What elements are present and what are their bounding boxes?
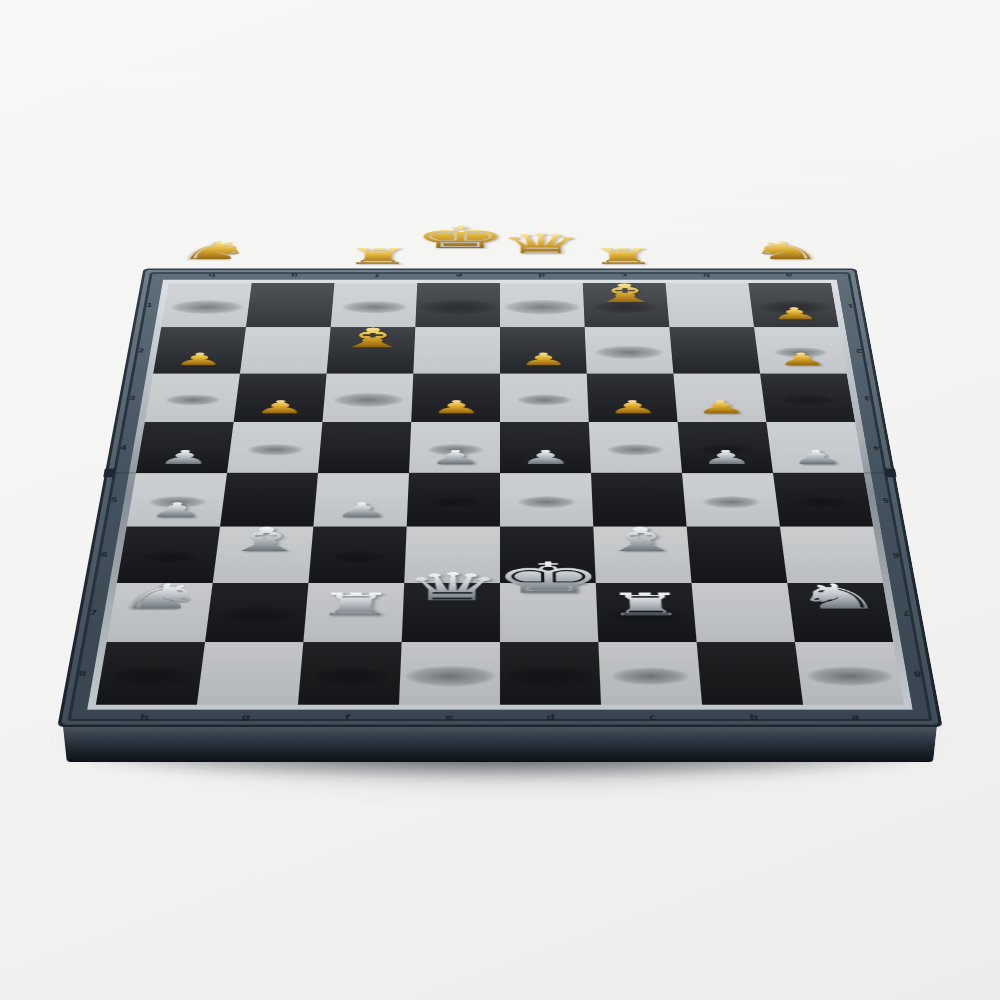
pawn-glyph: ♟ [768,305,820,322]
piece-shadow-d1 [504,300,580,315]
file-label-top-h: h [207,272,215,278]
piece-shadow-a3 [780,394,836,405]
pawn-glyph: ♟ [788,447,844,466]
rook-glyph: ♜ [588,245,657,267]
square-g8[interactable] [197,642,303,705]
square-e6[interactable] [404,527,500,583]
pawn-glyph: ♟ [518,447,572,466]
knight-glyph: ♞ [175,238,254,263]
square-b7[interactable] [692,583,795,642]
square-e7[interactable] [402,583,500,642]
pawn-glyph: ♟ [430,398,483,417]
file-label-top-b: b [702,272,710,278]
square-a5[interactable] [773,473,873,527]
square-a7[interactable] [787,583,893,642]
rank-label-right-3: 3 [863,395,871,401]
square-b2[interactable] [669,327,760,373]
rank-label-left-2: 2 [137,347,145,353]
square-f4[interactable] [318,422,411,473]
pawn-glyph: ♟ [693,398,747,417]
piece-shadow-c2 [594,346,663,359]
board-surface: hhggffeeddccbbaa1122334455667788 ♞♜♛♚♜♞♟… [57,268,943,726]
piece-shadow-c4 [607,444,663,455]
pawn-glyph: ♟ [775,350,829,368]
square-g2[interactable] [240,327,331,373]
bishop-glyph: ♝ [586,280,665,306]
square-a6[interactable] [780,527,883,583]
square-e8[interactable] [399,642,500,705]
square-c5[interactable] [591,473,687,527]
square-h8[interactable] [96,642,205,705]
king-glyph: ♚ [412,222,507,253]
file-label-top-c: c [620,272,626,278]
square-e2[interactable] [413,327,500,373]
square-h7[interactable] [107,583,213,642]
file-label-top-f: f [374,272,379,278]
piece-shadow-f1 [342,301,407,313]
pawn-glyph: ♟ [252,398,306,417]
file-label-top-d: d [538,272,545,278]
photo-backdrop: hhggffeeddccbbaa1122334455667788 ♞♜♛♚♜♞♟… [0,0,1000,1000]
square-d8[interactable] [500,642,601,705]
square-h6[interactable] [117,527,220,583]
square-c6[interactable] [593,527,691,583]
chessboard: hhggffeeddccbbaa1122334455667788 ♞♜♛♚♜♞♟… [57,268,943,726]
square-e5[interactable] [407,473,500,527]
rank-label-right-2: 2 [855,347,863,353]
case-front-face [63,726,937,762]
pawn-glyph: ♟ [428,447,482,466]
rank-label-left-1: 1 [146,302,153,307]
knight-glyph: ♞ [745,238,824,263]
square-b5[interactable] [682,473,780,527]
square-b8[interactable] [697,642,803,705]
queen-glyph: ♛ [498,230,583,258]
rank-label-left-3: 3 [129,395,137,401]
square-b1[interactable] [666,283,755,327]
rank-label-right-1: 1 [847,302,854,307]
square-g1[interactable] [246,283,335,327]
square-g6[interactable] [213,527,314,583]
squares-grid [96,283,904,705]
square-a8[interactable] [795,642,904,705]
piece-shadow-e1 [418,299,498,314]
square-f7[interactable] [303,583,404,642]
bishop-glyph: ♝ [332,324,413,351]
rank-label-right-4: 4 [872,444,880,450]
pawn-glyph: ♟ [156,447,212,466]
file-label-top-a: a [785,272,793,278]
square-f6[interactable] [308,527,406,583]
square-g7[interactable] [205,583,308,642]
rook-glyph: ♜ [343,245,412,267]
file-label-top-g: g [290,272,298,278]
square-d7[interactable] [500,583,598,642]
pawn-glyph: ♟ [518,350,569,368]
rank-label-left-4: 4 [120,444,128,450]
piece-shadow-d3 [517,394,571,405]
square-f8[interactable] [298,642,402,705]
piece-shadow-f3 [333,393,403,407]
square-c7[interactable] [596,583,697,642]
square-b6[interactable] [687,527,788,583]
square-d6[interactable] [500,527,596,583]
pawn-glyph: ♟ [606,398,659,417]
file-label-top-e: e [455,272,462,278]
square-g5[interactable] [220,473,318,527]
pawn-glyph: ♟ [172,350,226,368]
square-d5[interactable] [500,473,593,527]
pawn-glyph: ♟ [698,447,753,466]
square-c8[interactable] [598,642,702,705]
